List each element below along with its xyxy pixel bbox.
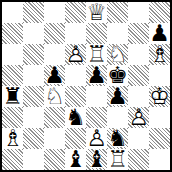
square-a4[interactable]: ♜♜: [2, 86, 23, 107]
square-b8[interactable]: [23, 2, 44, 23]
square-e4[interactable]: [86, 86, 107, 107]
piece-glyph: ♙: [128, 107, 149, 128]
square-e8[interactable]: ♛♕: [86, 2, 107, 23]
black-pawn-icon: ♟♟: [107, 86, 128, 107]
piece-glyph: ♙: [65, 44, 86, 65]
square-b2[interactable]: [23, 128, 44, 149]
square-g6[interactable]: [128, 44, 149, 65]
square-d6[interactable]: ♟♙: [65, 44, 86, 65]
black-bishop-icon: ♝♝: [65, 149, 86, 170]
square-f4[interactable]: ♟♟: [107, 86, 128, 107]
black-rook-icon: ♜♜: [2, 86, 23, 107]
square-b3[interactable]: [23, 107, 44, 128]
white-knight-icon: ♞♘: [44, 86, 65, 107]
piece-glyph: ♘: [44, 86, 65, 107]
chess-board: ♛♕♟♟♟♙♜♖♞♘♝♗♟♟♟♟♚♚♜♜♞♘♟♟♚♔♞♞♟♙♝♗♟♙♞♞♝♝♝♝…: [0, 0, 172, 172]
square-d8[interactable]: [65, 2, 86, 23]
white-pawn-icon: ♟♙: [128, 107, 149, 128]
square-a6[interactable]: [2, 44, 23, 65]
square-d5[interactable]: [65, 65, 86, 86]
piece-glyph: ♞: [65, 107, 86, 128]
piece-glyph: ♔: [149, 86, 170, 107]
square-c8[interactable]: [44, 2, 65, 23]
white-pawn-icon: ♟♙: [65, 44, 86, 65]
square-h3[interactable]: [149, 107, 170, 128]
square-h1[interactable]: [149, 149, 170, 170]
black-knight-icon: ♞♞: [65, 107, 86, 128]
piece-glyph: ♟: [86, 65, 107, 86]
square-g2[interactable]: [128, 128, 149, 149]
piece-glyph: ♖: [107, 149, 128, 170]
square-a2[interactable]: ♝♗: [2, 128, 23, 149]
square-e1[interactable]: ♝♝: [86, 149, 107, 170]
square-b7[interactable]: [23, 23, 44, 44]
square-h2[interactable]: [149, 128, 170, 149]
white-king-icon: ♚♔: [149, 86, 170, 107]
square-d1[interactable]: ♝♝: [65, 149, 86, 170]
square-c1[interactable]: [44, 149, 65, 170]
square-e5[interactable]: ♟♟: [86, 65, 107, 86]
square-g7[interactable]: [128, 23, 149, 44]
square-g8[interactable]: [128, 2, 149, 23]
square-h6[interactable]: ♝♗: [149, 44, 170, 65]
square-f1[interactable]: ♜♖: [107, 149, 128, 170]
square-a1[interactable]: [2, 149, 23, 170]
square-a8[interactable]: [2, 2, 23, 23]
square-c4[interactable]: ♞♘: [44, 86, 65, 107]
piece-glyph: ♗: [149, 44, 170, 65]
square-f8[interactable]: [107, 2, 128, 23]
square-b4[interactable]: [23, 86, 44, 107]
black-bishop-icon: ♝♝: [86, 149, 107, 170]
white-bishop-icon: ♝♗: [149, 44, 170, 65]
square-a7[interactable]: [2, 23, 23, 44]
square-h4[interactable]: ♚♔: [149, 86, 170, 107]
piece-glyph: ♕: [86, 2, 107, 23]
square-d3[interactable]: ♞♞: [65, 107, 86, 128]
piece-glyph: ♝: [86, 149, 107, 170]
white-bishop-icon: ♝♗: [2, 128, 23, 149]
square-b1[interactable]: [23, 149, 44, 170]
square-c2[interactable]: [44, 128, 65, 149]
square-c3[interactable]: [44, 107, 65, 128]
square-g1[interactable]: [128, 149, 149, 170]
white-rook-icon: ♜♖: [107, 149, 128, 170]
piece-glyph: ♝: [65, 149, 86, 170]
square-b6[interactable]: [23, 44, 44, 65]
square-g3[interactable]: ♟♙: [128, 107, 149, 128]
piece-glyph: ♗: [2, 128, 23, 149]
piece-glyph: ♜: [2, 86, 23, 107]
black-pawn-icon: ♟♟: [86, 65, 107, 86]
piece-glyph: ♟: [107, 86, 128, 107]
square-b5[interactable]: [23, 65, 44, 86]
white-queen-icon: ♛♕: [86, 2, 107, 23]
square-g5[interactable]: [128, 65, 149, 86]
square-c7[interactable]: [44, 23, 65, 44]
